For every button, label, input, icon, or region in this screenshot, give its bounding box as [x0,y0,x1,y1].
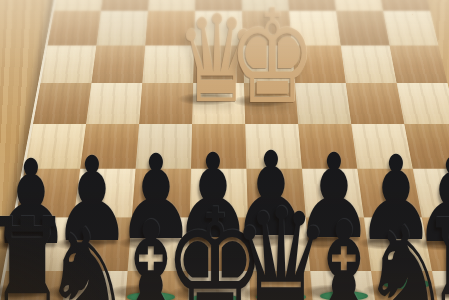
square-h1[interactable] [54,0,105,11]
square-a3[interactable] [390,46,448,84]
square-g3[interactable] [91,46,145,84]
piece-black-rook-a8[interactable]: ♜ [419,202,449,300]
square-g2[interactable] [96,11,148,46]
square-b3[interactable] [341,46,397,84]
square-g4[interactable] [86,83,142,124]
square-h3[interactable] [41,46,97,84]
chess-photo-stage: ♜♞♝♚♛♝♞♜♟♟♟♟♟♟♟♟♛♚ [0,0,449,300]
square-b2[interactable] [336,11,390,46]
square-a2[interactable] [383,11,438,46]
square-h2[interactable] [47,11,100,46]
square-a1[interactable] [377,0,430,11]
piece-white-king-d4[interactable]: ♚ [228,0,316,123]
square-a4[interactable] [397,83,449,124]
square-h4[interactable] [33,83,91,124]
square-g1[interactable] [101,0,151,11]
square-b1[interactable] [332,0,383,11]
square-b4[interactable] [346,83,405,124]
